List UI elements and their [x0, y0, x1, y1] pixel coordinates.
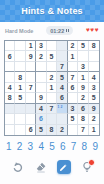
sudoku-cell[interactable]: 5 — [57, 72, 67, 82]
sudoku-cell[interactable]: 8 — [89, 41, 99, 51]
sudoku-cell[interactable] — [15, 41, 25, 51]
sudoku-cell[interactable]: 6 — [57, 93, 67, 103]
sudoku-cell[interactable]: 4 — [36, 104, 46, 114]
sudoku-cell[interactable]: 7 — [47, 104, 57, 114]
timer-pill[interactable]: 01:22 — [46, 26, 73, 35]
eraser-icon — [35, 161, 47, 173]
numpad-digit-2[interactable]: 2 — [17, 142, 23, 152]
sudoku-cell[interactable] — [5, 125, 15, 135]
sudoku-cell[interactable]: 5 — [47, 51, 57, 61]
hint-badge — [88, 159, 95, 166]
sudoku-cell[interactable] — [15, 104, 25, 114]
sudoku-cell[interactable] — [26, 114, 36, 124]
numpad-digit-5[interactable]: 5 — [49, 142, 55, 152]
sudoku-cell[interactable] — [26, 72, 36, 82]
sudoku-cell[interactable]: 8 — [47, 125, 57, 135]
sudoku-cell[interactable]: 6 — [26, 125, 36, 135]
sudoku-cell[interactable]: 1 — [78, 72, 88, 82]
numpad-digit-9[interactable]: 9 — [92, 142, 98, 152]
sudoku-cell[interactable]: 6 — [5, 51, 15, 61]
sudoku-cell[interactable] — [36, 72, 46, 82]
erase-button[interactable] — [34, 160, 48, 174]
sudoku-cell[interactable]: 9 — [26, 51, 36, 61]
sudoku-cell[interactable]: 9 — [78, 83, 88, 93]
sudoku-cell[interactable]: 7 — [78, 125, 88, 135]
numpad-digit-1[interactable]: 1 — [6, 142, 12, 152]
lives-hearts: ♥♥♥ — [86, 27, 99, 34]
numpad-digit-3[interactable]: 3 — [28, 142, 34, 152]
sudoku-cell[interactable]: 9 — [36, 93, 46, 103]
sudoku-cell[interactable]: 4 — [89, 72, 99, 82]
sudoku-cell[interactable] — [26, 62, 36, 72]
sudoku-cell[interactable] — [68, 125, 78, 135]
numpad-digit-8[interactable]: 8 — [82, 142, 88, 152]
sudoku-cell[interactable] — [57, 114, 67, 124]
sudoku-cell[interactable]: 3 — [36, 41, 46, 51]
sudoku-cell[interactable]: 3 — [68, 104, 78, 114]
sudoku-cell[interactable] — [15, 51, 25, 61]
numpad-digit-6[interactable]: 6 — [60, 142, 66, 152]
sudoku-cell[interactable]: 7 — [26, 83, 36, 93]
sudoku-cell[interactable]: 5 — [36, 125, 46, 135]
sudoku-cell[interactable] — [15, 125, 25, 135]
sudoku-cell[interactable]: 1 — [26, 41, 36, 51]
sudoku-cell[interactable]: 4 — [5, 83, 15, 93]
sudoku-cell[interactable] — [15, 114, 25, 124]
sudoku-cell[interactable] — [47, 62, 57, 72]
sudoku-cell[interactable] — [47, 114, 57, 124]
toolbar — [6, 157, 98, 177]
sudoku-cell[interactable]: 5 — [68, 114, 78, 124]
sudoku-cell[interactable]: 7 — [57, 62, 67, 72]
sudoku-cell[interactable]: 8 — [15, 72, 25, 82]
sudoku-cell[interactable]: 1 — [89, 125, 99, 135]
sudoku-cell[interactable] — [57, 41, 67, 51]
sudoku-cell[interactable]: 1 — [68, 51, 78, 61]
sudoku-cell[interactable]: 2 — [68, 41, 78, 51]
sudoku-cell[interactable]: 2 — [36, 51, 46, 61]
sudoku-cell[interactable] — [57, 51, 67, 61]
sudoku-cell[interactable]: 1 — [47, 83, 57, 93]
sudoku-cell[interactable]: 9 — [89, 104, 99, 114]
undo-icon — [12, 161, 24, 173]
sudoku-cell[interactable] — [15, 62, 25, 72]
sudoku-cell[interactable] — [5, 41, 15, 51]
sudoku-cell[interactable] — [47, 93, 57, 103]
sudoku-cell[interactable]: 3 — [78, 62, 88, 72]
sudoku-cell[interactable] — [26, 93, 36, 103]
sudoku-cell[interactable] — [5, 114, 15, 124]
sudoku-cell[interactable]: 1 — [15, 83, 25, 93]
header: Hints & Notes — [0, 0, 104, 22]
sudoku-cell[interactable]: 8 — [78, 114, 88, 124]
sudoku-cell[interactable]: 8 — [5, 93, 15, 103]
sudoku-cell[interactable]: 3 — [89, 83, 99, 93]
sudoku-cell[interactable]: 5 — [78, 41, 88, 51]
undo-button[interactable] — [11, 160, 25, 174]
sudoku-cell[interactable]: 12 — [57, 104, 67, 114]
timer-value: 01:22 — [50, 28, 64, 34]
notes-button[interactable] — [57, 160, 71, 174]
sudoku-cell[interactable] — [36, 83, 46, 93]
pencil-notes: 12 — [57, 104, 66, 113]
sudoku-cell[interactable]: 2 — [78, 93, 88, 103]
sudoku-cell[interactable] — [5, 104, 15, 114]
sudoku-cell[interactable]: 7 — [68, 72, 78, 82]
sudoku-cell[interactable] — [5, 72, 15, 82]
sudoku-cell[interactable]: 5 — [89, 93, 99, 103]
sudoku-cell[interactable] — [26, 104, 36, 114]
sudoku-cell[interactable] — [68, 93, 78, 103]
sudoku-cell[interactable]: 6 — [68, 83, 78, 93]
sudoku-board: 1325869251738257144171469385962547123696… — [4, 40, 100, 136]
sudoku-cell[interactable] — [36, 62, 46, 72]
pencil-icon — [59, 163, 68, 172]
page-title: Hints & Notes — [21, 6, 83, 16]
sudoku-cell[interactable] — [5, 62, 15, 72]
difficulty-label: Hard Mode — [5, 28, 33, 34]
number-pad: 123456789 — [6, 141, 98, 153]
numpad-digit-4[interactable]: 4 — [38, 142, 44, 152]
sudoku-cell[interactable] — [89, 62, 99, 72]
hint-button[interactable] — [80, 160, 94, 174]
numpad-digit-7[interactable]: 7 — [71, 142, 77, 152]
status-bar: Hard Mode 01:22 ♥♥♥ — [0, 25, 104, 36]
pause-icon[interactable] — [66, 29, 69, 33]
sudoku-cell[interactable]: 6 — [78, 104, 88, 114]
sudoku-cell[interactable]: 6 — [36, 114, 46, 124]
sudoku-cell[interactable] — [89, 51, 99, 61]
sudoku-cell[interactable]: 2 — [57, 125, 67, 135]
sudoku-cell[interactable]: 2 — [89, 114, 99, 124]
sudoku-cell[interactable] — [47, 41, 57, 51]
sudoku-cell[interactable] — [68, 62, 78, 72]
sudoku-cell[interactable]: 4 — [57, 83, 67, 93]
sudoku-cell[interactable] — [78, 51, 88, 61]
sudoku-cell[interactable]: 5 — [15, 93, 25, 103]
sudoku-cell[interactable]: 2 — [47, 72, 57, 82]
